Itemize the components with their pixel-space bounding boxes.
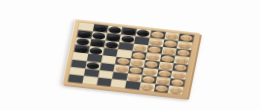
board-grid: ⛂⛂⛂⛂⛀⛀⛀⛂⛂⛂⛂⛀⛀⛀⛂⛂⛂⛀⛀⛀⛀⛂⛂⛀⛀⛀⛀⛀⛀⛀⛀⛀⛂⛀⛀⛀⛀⛀⛀⛀… bbox=[68, 22, 194, 94]
product-photo-scene: ⛂⛂⛂⛂⛀⛀⛀⛂⛂⛂⛂⛀⛀⛀⛂⛂⛂⛀⛀⛀⛀⛂⛂⛀⛀⛀⛀⛀⛀⛀⛀⛀⛂⛀⛀⛀⛀⛀⛀⛀… bbox=[0, 0, 260, 110]
wood-checker-piece: ⛀ bbox=[140, 83, 153, 91]
wood-checker-piece: ⛀ bbox=[155, 85, 168, 93]
wood-checker-piece: ⛀ bbox=[169, 86, 182, 94]
board-frame: ⛂⛂⛂⛂⛀⛀⛀⛂⛂⛂⛂⛀⛀⛀⛂⛂⛂⛀⛀⛀⛀⛂⛂⛀⛀⛀⛀⛀⛀⛀⛀⛀⛂⛀⛀⛀⛀⛀⛀⛀… bbox=[62, 19, 200, 98]
board-square: ⛀ bbox=[168, 86, 184, 95]
checkers-board: ⛂⛂⛂⛂⛀⛀⛀⛂⛂⛂⛂⛀⛀⛀⛂⛂⛂⛀⛀⛀⛀⛂⛂⛀⛀⛀⛀⛀⛀⛀⛀⛀⛂⛀⛀⛀⛀⛀⛀⛀… bbox=[62, 19, 200, 98]
